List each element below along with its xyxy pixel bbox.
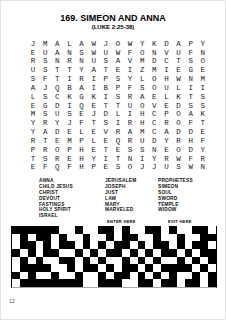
grid-letter: K [173, 93, 185, 102]
grid-letter: Y [148, 155, 160, 164]
grid-letter: U [173, 49, 185, 58]
grid-letter: D [148, 58, 160, 67]
maze-cell [169, 234, 177, 242]
grid-letter: A [27, 84, 39, 93]
grid-letter: J [27, 40, 39, 49]
grid-letter: V [148, 102, 160, 111]
maze-cell [98, 272, 106, 280]
grid-letter: C [148, 111, 160, 120]
maze-cell [208, 226, 216, 234]
maze-cell [208, 279, 216, 287]
maze-cell [200, 249, 208, 257]
maze-cell [51, 226, 59, 234]
grid-letter: R [124, 137, 136, 146]
grid-letter: S [39, 155, 51, 164]
grid-letter: R [27, 137, 39, 146]
maze-cell [98, 241, 106, 249]
maze-cell [20, 264, 28, 272]
maze-cell [59, 249, 67, 257]
grid-letter: U [160, 84, 172, 93]
grid-letter: F [185, 155, 197, 164]
maze-cell [200, 264, 208, 272]
grid-letter: E [173, 67, 185, 76]
maze-cell [169, 241, 177, 249]
grid-letter: S [39, 58, 51, 67]
grid-letter: Q [51, 84, 63, 93]
grid-letter: E [112, 67, 124, 76]
maze-cell [98, 249, 106, 257]
maze-cell [145, 241, 153, 249]
maze-cell [36, 257, 44, 265]
maze-cell [51, 257, 59, 265]
maze-cell [153, 257, 161, 265]
maze-cell [138, 226, 146, 234]
grid-letter: D [173, 102, 185, 111]
maze-cell [67, 234, 75, 242]
grid-letter: U [136, 137, 148, 146]
maze-cell [138, 234, 146, 242]
grid-letter: J [136, 164, 148, 173]
maze-cell [83, 264, 91, 272]
grid-letter: I [63, 75, 75, 84]
maze-cell [28, 279, 36, 287]
grid-letter: I [185, 84, 197, 93]
grid-letter: A [88, 67, 100, 76]
maze-cell [192, 234, 200, 242]
grid-letter: S [136, 84, 148, 93]
maze-cell [59, 241, 67, 249]
grid-letter: C [51, 93, 63, 102]
maze-cell [200, 226, 208, 234]
grid-letter: U [88, 58, 100, 67]
maze-cell [122, 241, 130, 249]
grid-letter: D [185, 146, 197, 155]
maze-cell [145, 226, 153, 234]
maze-cell [75, 279, 83, 287]
grid-letter: A [76, 84, 88, 93]
grid-letter: D [100, 111, 112, 120]
maze-cell [122, 234, 130, 242]
grid-letter: D [185, 128, 197, 137]
grid-letter: H [76, 155, 88, 164]
grid-letter: S [124, 146, 136, 155]
grid-letter: J [88, 111, 100, 120]
grid-letter: Y [51, 120, 63, 129]
grid-letter: U [39, 49, 51, 58]
word-list-item: ISRAEL [39, 213, 73, 219]
grid-letter: G [185, 67, 197, 76]
grid-letter: P [160, 111, 172, 120]
grid-letter: R [51, 155, 63, 164]
maze-cell [130, 272, 138, 280]
maze-cell [28, 241, 36, 249]
word-list-column-3: PROPHETESSSIMEONSOULSWORDTEMPLEWIDOW [158, 178, 193, 213]
maze-cell [51, 279, 59, 287]
grid-letter: N [197, 164, 209, 173]
maze-cell [145, 249, 153, 257]
grid-letter: A [185, 111, 197, 120]
grid-letter: S [112, 164, 124, 173]
maze-cell [177, 257, 185, 265]
grid-letter: D [51, 128, 63, 137]
page-subtitle: (LUKE 2:25-38) [1, 24, 225, 30]
grid-letter: Z [136, 67, 148, 76]
maze-cell [59, 264, 67, 272]
maze-cell [153, 272, 161, 280]
grid-letter: M [27, 111, 39, 120]
maze-cell [67, 241, 75, 249]
page-title: 169. SIMEON AND ANNA [1, 13, 225, 23]
grid-letter: U [27, 67, 39, 76]
grid-letter: H [136, 120, 148, 129]
maze-cell [153, 234, 161, 242]
maze-cell [200, 241, 208, 249]
grid-letter: T [197, 120, 209, 129]
grid-letter: F [124, 84, 136, 93]
grid-letter: F [39, 164, 51, 173]
maze-cell [59, 257, 67, 265]
maze-cell [75, 249, 83, 257]
grid-letter: Y [27, 128, 39, 137]
maze-cell [75, 226, 83, 234]
maze-cell [67, 249, 75, 257]
grid-letter: J [148, 164, 160, 173]
maze-cell [28, 249, 36, 257]
maze-cell [177, 264, 185, 272]
maze-cell [145, 279, 153, 287]
grid-letter: K [63, 93, 75, 102]
grid-letter: Y [88, 155, 100, 164]
maze-cell [122, 279, 130, 287]
grid-letter: U [51, 111, 63, 120]
grid-letter: M [136, 58, 148, 67]
maze-cell [153, 241, 161, 249]
grid-letter: F [124, 49, 136, 58]
grid-letter: L [136, 75, 148, 84]
grid-letter: T [100, 102, 112, 111]
maze-cell [177, 241, 185, 249]
maze-cell [122, 272, 130, 280]
maze-cell [67, 272, 75, 280]
maze-cell [43, 279, 51, 287]
maze-cell [28, 234, 36, 242]
maze-cell [36, 241, 44, 249]
maze-cell [83, 241, 91, 249]
grid-letter: R [160, 155, 172, 164]
maze-cell [83, 234, 91, 242]
wordsearch-grid: JMALAWJOWYKDAPYEUANSWUWFONVUFNRSNRNUSAVM… [27, 40, 209, 173]
maze-cell [36, 234, 44, 242]
grid-letter: T [112, 102, 124, 111]
grid-letter: L [160, 93, 172, 102]
grid-letter: L [88, 137, 100, 146]
maze-cell [36, 279, 44, 287]
grid-letter: T [51, 75, 63, 84]
grid-letter: T [173, 58, 185, 67]
grid-letter: A [51, 40, 63, 49]
grid-letter: Q [51, 164, 63, 173]
maze-cell [59, 226, 67, 234]
grid-letter: E [100, 137, 112, 146]
grid-letter: S [39, 111, 51, 120]
maze-cell [177, 272, 185, 280]
grid-letter: E [27, 49, 39, 58]
maze-cell [90, 249, 98, 257]
grid-letter: G [39, 102, 51, 111]
maze-cell [90, 264, 98, 272]
maze-cell [169, 272, 177, 280]
maze-cell [138, 241, 146, 249]
maze-cell [75, 264, 83, 272]
grid-letter: A [124, 128, 136, 137]
grid-letter: V [124, 58, 136, 67]
maze-cell [36, 264, 44, 272]
maze-cell [122, 249, 130, 257]
grid-letter: K [197, 111, 209, 120]
maze-cell [20, 249, 28, 257]
maze-cell [106, 279, 114, 287]
maze-cell [83, 257, 91, 265]
grid-letter: E [160, 102, 172, 111]
maze-cell [20, 257, 28, 265]
grid-letter: E [197, 67, 209, 76]
maze-cell [98, 226, 106, 234]
maze-cell [12, 234, 20, 242]
grid-letter: L [173, 84, 185, 93]
maze-cell [192, 279, 200, 287]
grid-letter: O [173, 146, 185, 155]
grid-letter: C [148, 128, 160, 137]
maze-cell [208, 241, 216, 249]
maze-cell [169, 249, 177, 257]
grid-letter: T [100, 67, 112, 76]
grid-letter: O [173, 111, 185, 120]
maze-cell [161, 257, 169, 265]
grid-letter: S [112, 75, 124, 84]
word-list-item: MARVELED [105, 207, 136, 213]
maze-cell [28, 226, 36, 234]
grid-letter: E [63, 155, 75, 164]
grid-letter: N [185, 75, 197, 84]
maze-cell [145, 272, 153, 280]
grid-letter: S [197, 93, 209, 102]
grid-letter: W [88, 49, 100, 58]
word-list-column-1: ANNACHILD JESUSCHRISTDEVOUTFASTINGSHOLY … [39, 178, 73, 219]
grid-letter: B [100, 84, 112, 93]
grid-letter: Y [160, 137, 172, 146]
grid-letter: F [76, 120, 88, 129]
grid-letter: N [51, 58, 63, 67]
grid-letter: S [100, 120, 112, 129]
grid-letter: O [136, 102, 148, 111]
grid-letter: W [124, 40, 136, 49]
grid-letter: V [160, 49, 172, 58]
maze-cell [51, 234, 59, 242]
grid-letter: K [148, 40, 160, 49]
maze-cell [83, 272, 91, 280]
maze-cell [36, 249, 44, 257]
grid-letter: I [160, 67, 172, 76]
grid-letter: E [88, 128, 100, 137]
maze-cell [114, 226, 122, 234]
maze-cell [153, 279, 161, 287]
maze-cell [12, 226, 20, 234]
grid-letter: P [88, 164, 100, 173]
maze-cell [28, 257, 36, 265]
grid-letter: W [185, 164, 197, 173]
grid-letter: I [63, 102, 75, 111]
grid-letter: E [88, 102, 100, 111]
grid-letter: W [112, 49, 124, 58]
grid-letter: S [197, 102, 209, 111]
maze-cell [106, 234, 114, 242]
maze-enter-label: ENTER HERE [107, 219, 136, 224]
grid-letter: I [100, 155, 112, 164]
maze-cell [185, 241, 193, 249]
maze-cell [67, 279, 75, 287]
grid-letter: T [63, 67, 75, 76]
grid-letter: E [27, 164, 39, 173]
grid-letter: Q [76, 102, 88, 111]
maze-cell [90, 272, 98, 280]
grid-letter: O [112, 40, 124, 49]
grid-letter: D [173, 128, 185, 137]
maze-cell [67, 226, 75, 234]
grid-letter: E [27, 102, 39, 111]
maze-cell [161, 249, 169, 257]
grid-letter: O [197, 58, 209, 67]
maze-cell [114, 257, 122, 265]
maze-cell [114, 241, 122, 249]
maze-cell [12, 257, 20, 265]
grid-letter: M [148, 67, 160, 76]
grid-letter: P [100, 75, 112, 84]
grid-letter: E [160, 146, 172, 155]
grid-letter: O [173, 120, 185, 129]
word-list-item: WIDOW [158, 207, 193, 213]
grid-letter: Y [197, 146, 209, 155]
grid-letter: P [112, 84, 124, 93]
grid-letter: S [185, 102, 197, 111]
grid-letter: E [51, 137, 63, 146]
maze-cell [208, 234, 216, 242]
grid-letter: T [51, 67, 63, 76]
grid-letter: H [160, 75, 172, 84]
grid-letter: S [39, 67, 51, 76]
maze-cell [106, 272, 114, 280]
maze-cell [106, 257, 114, 265]
maze-cell [185, 234, 193, 242]
grid-letter: N [197, 49, 209, 58]
grid-letter: I [124, 67, 136, 76]
maze-cell [114, 249, 122, 257]
maze-cell [43, 226, 51, 234]
maze-cell [130, 279, 138, 287]
grid-letter: A [39, 128, 51, 137]
grid-letter: W [173, 155, 185, 164]
maze-cell [12, 272, 20, 280]
grid-letter: B [63, 84, 75, 93]
maze-cell [43, 264, 51, 272]
grid-letter: E [112, 146, 124, 155]
maze-cell [36, 226, 44, 234]
maze-cell [192, 272, 200, 280]
maze-cell [185, 249, 193, 257]
maze-cell [75, 257, 83, 265]
grid-letter: O [148, 75, 160, 84]
maze-cell [169, 264, 177, 272]
grid-letter: F [197, 137, 209, 146]
grid-letter: T [88, 120, 100, 129]
maze-cell [185, 226, 193, 234]
grid-letter: M [63, 137, 75, 146]
maze-cell [12, 249, 20, 257]
maze-cell [59, 272, 67, 280]
maze-cell [75, 272, 83, 280]
grid-letter: E [63, 128, 75, 137]
maze-cell [130, 249, 138, 257]
maze-cell [177, 279, 185, 287]
maze-cell [20, 272, 28, 280]
grid-letter: U [160, 164, 172, 173]
maze-cell [36, 272, 44, 280]
maze-cell [98, 257, 106, 265]
grid-letter: N [76, 58, 88, 67]
puzzle-page: 169. SIMEON AND ANNA (LUKE 2:25-38) JMAL… [0, 0, 226, 320]
maze-cell [161, 241, 169, 249]
grid-letter: H [185, 137, 197, 146]
grid-letter: U [100, 49, 112, 58]
grid-letter: O [148, 84, 160, 93]
maze-cell [161, 264, 169, 272]
grid-letter: A [112, 58, 124, 67]
grid-letter: N [124, 155, 136, 164]
maze-cell [169, 279, 177, 287]
maze-cell [145, 234, 153, 242]
grid-letter: T [185, 93, 197, 102]
word-list-item: CHILD JESUS [39, 184, 73, 190]
maze-cell [200, 272, 208, 280]
maze-cell [20, 279, 28, 287]
grid-letter: S [39, 93, 51, 102]
maze-cell [208, 272, 216, 280]
grid-letter: D [148, 137, 160, 146]
grid-letter: R [124, 93, 136, 102]
maze-cell [161, 234, 169, 242]
grid-letter: R [160, 120, 172, 129]
grid-letter: V [100, 128, 112, 137]
maze-cell [200, 257, 208, 265]
maze-cell [122, 257, 130, 265]
grid-letter: G [76, 93, 88, 102]
grid-letter: Y [197, 40, 209, 49]
grid-letter: P [185, 40, 197, 49]
maze-cell [138, 279, 146, 287]
grid-letter: R [63, 58, 75, 67]
maze-cell [208, 264, 216, 272]
grid-letter: L [112, 111, 124, 120]
grid-letter: L [76, 128, 88, 137]
grid-letter: M [197, 75, 209, 84]
grid-letter: R [173, 137, 185, 146]
grid-letter: W [88, 40, 100, 49]
maze-cell [208, 257, 216, 265]
grid-letter: O [51, 146, 63, 155]
maze-cell [130, 257, 138, 265]
maze-cell [83, 279, 91, 287]
maze-cell [83, 226, 91, 234]
grid-letter: N [63, 49, 75, 58]
